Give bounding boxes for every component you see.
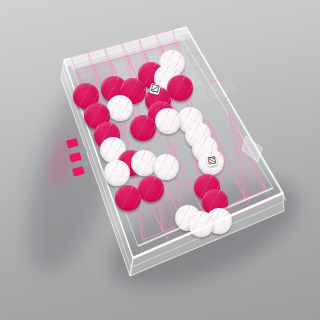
checker-white[interactable]: ● [153,154,179,180]
pieces-layer: ●●●●●●●●●●●●●●●●●●●●●●●●●●●●●●⚂⚄ [0,0,320,320]
checker-pink[interactable]: ● [130,115,156,141]
checker-pink[interactable]: ● [167,75,193,101]
checker-white[interactable]: ● [104,160,130,186]
checker-pink[interactable]: ● [138,176,164,202]
photo-scene: ●●●●●●●●●●●●●●●●●●●●●●●●●●●●●●⚂⚄ [0,0,320,320]
checker-white[interactable]: ● [155,108,181,134]
checker-pink[interactable]: ● [115,185,141,211]
die-2[interactable]: ⚄ [206,155,218,167]
checker-white[interactable]: ● [107,95,133,121]
checker-white[interactable]: ● [188,211,214,237]
